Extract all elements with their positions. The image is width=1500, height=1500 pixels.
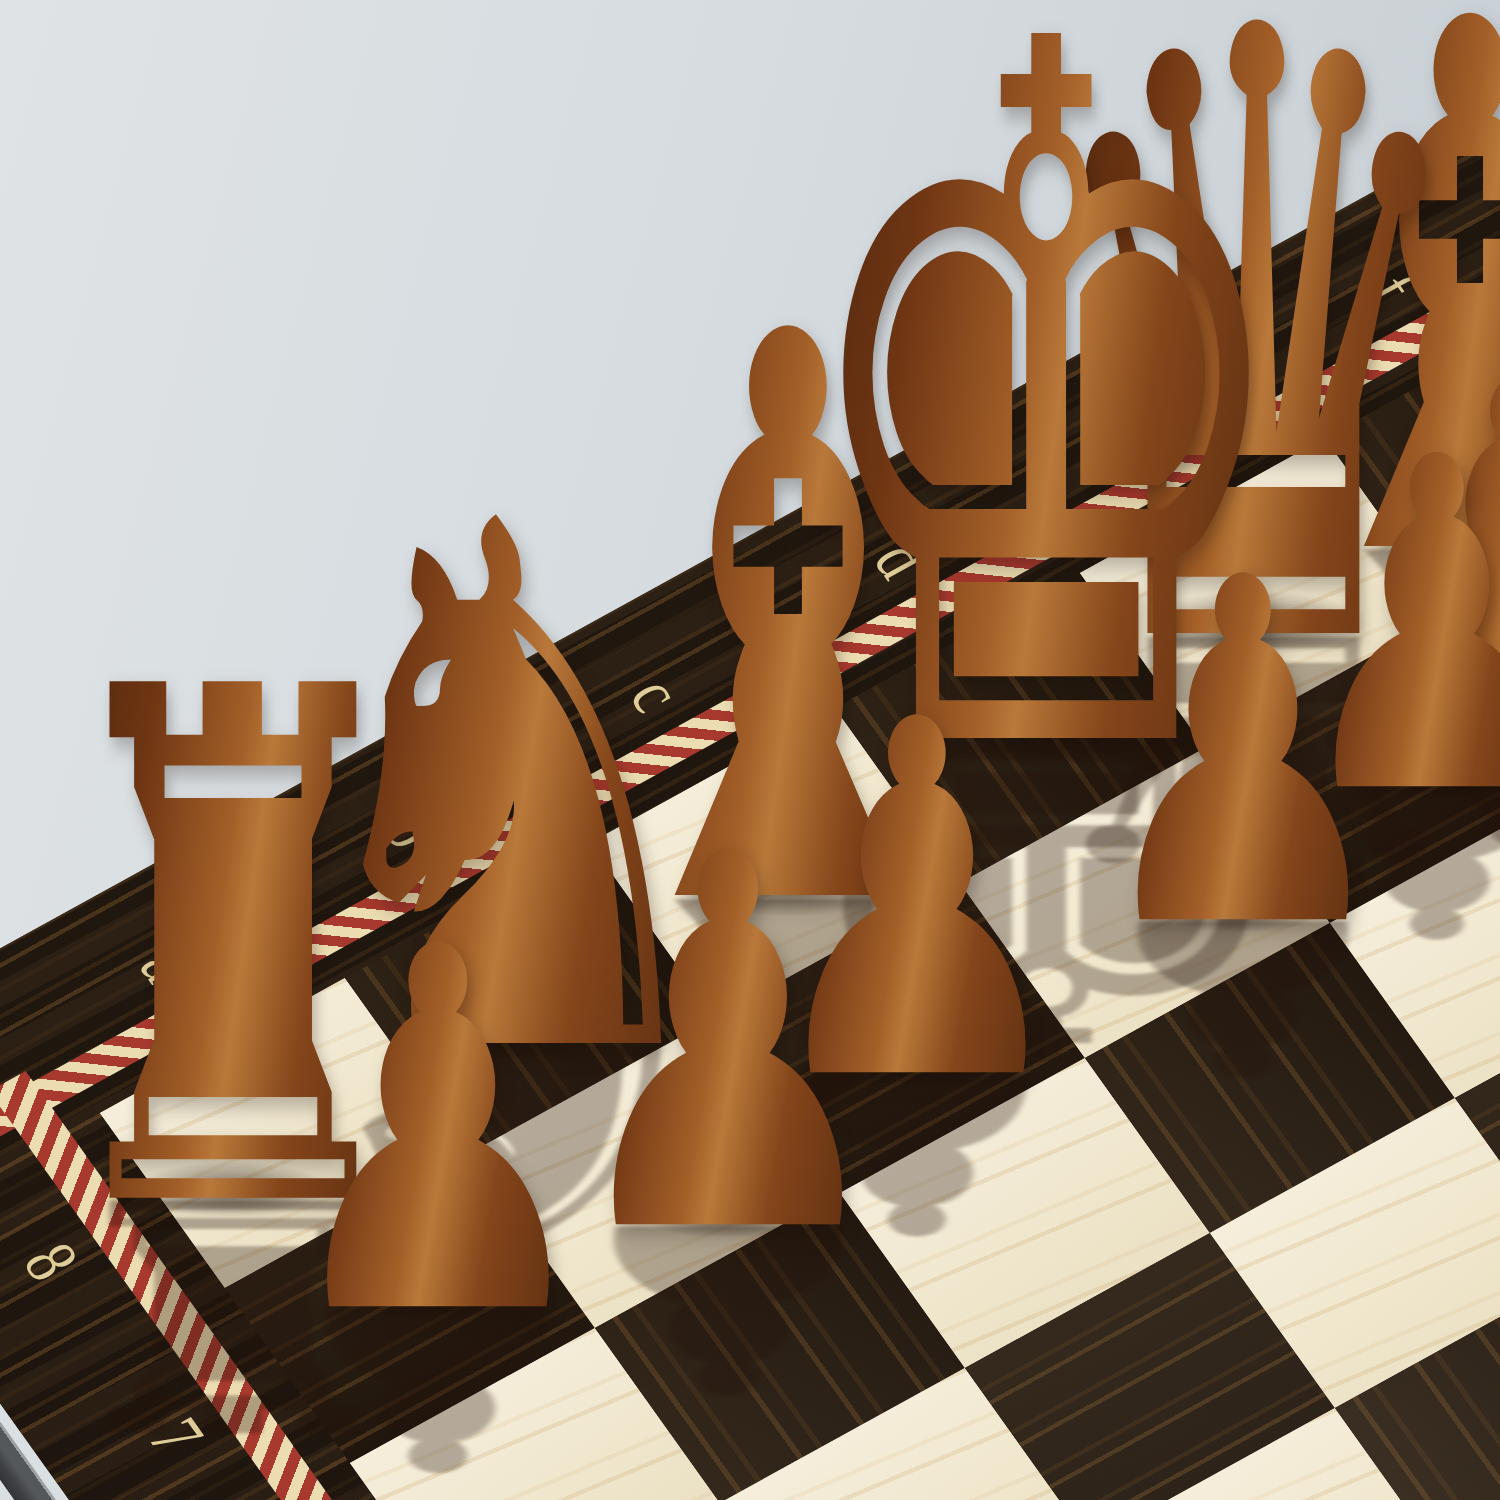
scene: abcdefgh 87654321 ♜♜♞♞♝♝♚♚♛♛♝♝♟♟♟♟♟♟♟♟♟♟… xyxy=(0,0,1500,1500)
piece-black-pawn-a7: ♟ xyxy=(272,883,604,1383)
pieces-layer: ♜♜♞♞♝♝♚♚♛♛♝♝♟♟♟♟♟♟♟♟♟♟♟♟ xyxy=(0,0,1500,1500)
piece-black-pawn-b7: ♟ xyxy=(557,788,899,1303)
piece-black-pawn-d7: ♟ xyxy=(1085,517,1400,992)
